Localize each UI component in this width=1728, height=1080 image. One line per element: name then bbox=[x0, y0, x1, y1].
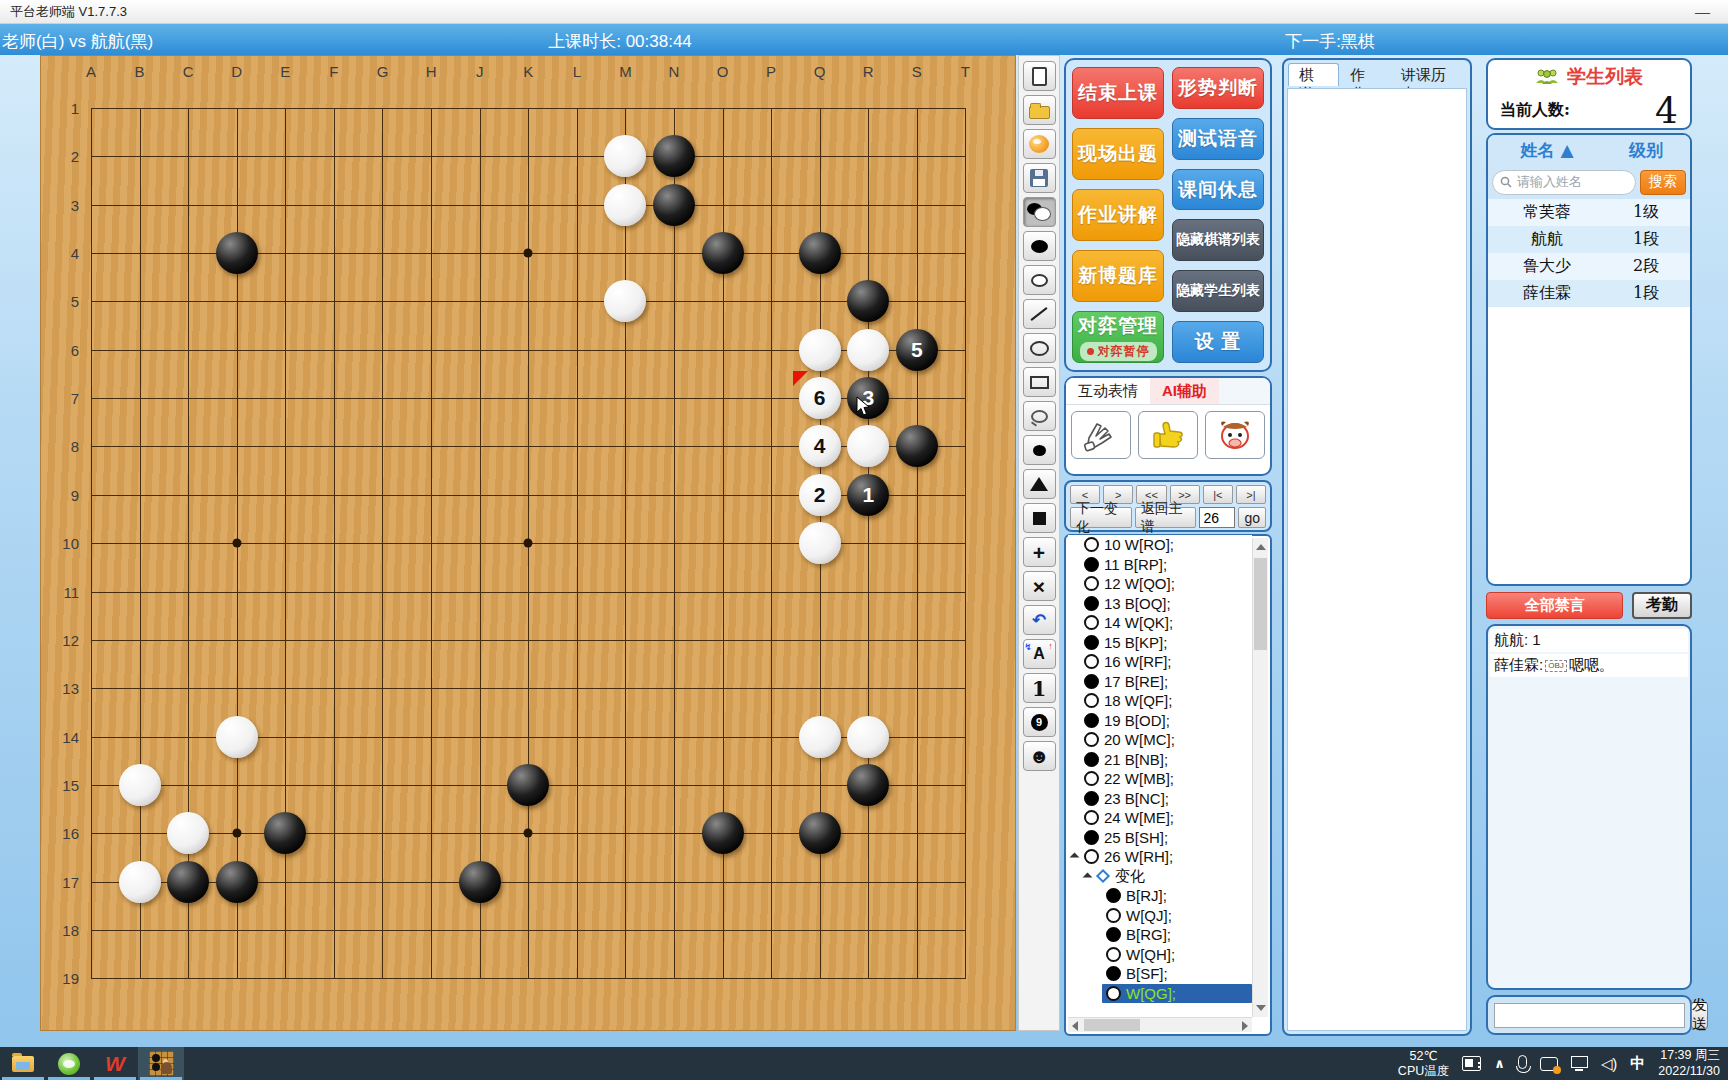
control-column-right: 形势判断测试语音课间休息隐藏棋谱列表隐藏学生列表设 置 bbox=[1172, 67, 1264, 363]
white-stone-tool-icon bbox=[1031, 274, 1048, 287]
control-button-right-0[interactable]: 形势判断 bbox=[1172, 67, 1264, 109]
record-panel: 棋谱作业讲课历史 bbox=[1282, 58, 1472, 1036]
black-move-icon bbox=[1084, 791, 1099, 806]
stone-black[interactable] bbox=[507, 764, 549, 806]
row-label: 1 bbox=[49, 100, 79, 117]
student-list: 姓名 ▲ 级别 请输入姓名 搜索 常芙蓉1级航航1段鲁大少2段薛佳霖1段 bbox=[1486, 133, 1692, 586]
move-item[interactable]: 变化 bbox=[1068, 867, 1252, 887]
stone-white[interactable] bbox=[847, 329, 889, 371]
move-text: 26 W[RH]; bbox=[1104, 848, 1173, 865]
ellipse-tool-button[interactable] bbox=[1023, 333, 1056, 363]
control-button-label: 测试语音 bbox=[1178, 126, 1258, 152]
go-class-app-icon[interactable] bbox=[138, 1047, 184, 1080]
white-move-icon bbox=[1084, 732, 1099, 747]
column-label: G bbox=[377, 63, 389, 80]
row-label: 3 bbox=[49, 196, 79, 213]
black-stone-tool-button[interactable] bbox=[1023, 231, 1056, 261]
ellipse-tool-icon bbox=[1030, 341, 1049, 356]
row-label: 19 bbox=[49, 970, 79, 987]
line-tool-icon bbox=[1031, 307, 1048, 321]
row-label: 8 bbox=[49, 438, 79, 455]
column-label: E bbox=[280, 63, 290, 80]
step-button-4[interactable]: |< bbox=[1203, 485, 1233, 504]
column-label: Q bbox=[814, 63, 826, 80]
move-text: 15 B[KP]; bbox=[1104, 634, 1167, 651]
student-list-title: 学生列表 bbox=[1567, 64, 1643, 90]
move-text: B[RG]; bbox=[1126, 926, 1171, 943]
clap-icon bbox=[1081, 418, 1121, 452]
student-name: 航航 bbox=[1488, 229, 1606, 250]
clock: 17:39 周三 2022/11/30 bbox=[1658, 1048, 1720, 1079]
move-nav-panel: <><<>>|<>| 下一变化 返回主谱 go bbox=[1064, 480, 1272, 532]
mouse-cursor bbox=[856, 396, 871, 417]
record-content bbox=[1287, 88, 1467, 1031]
white-move-icon bbox=[1084, 576, 1099, 591]
stone-black[interactable] bbox=[847, 764, 889, 806]
student-rows: 常芙蓉1级航航1段鲁大少2段薛佳霖1段 bbox=[1488, 199, 1690, 307]
star-point bbox=[524, 829, 533, 838]
scroll-down-arrow-icon[interactable] bbox=[1256, 1005, 1266, 1011]
student-row[interactable]: 鲁大少2段 bbox=[1488, 253, 1690, 280]
square-mark-icon bbox=[1033, 512, 1046, 525]
move-item[interactable]: W[QJ]; bbox=[1068, 906, 1252, 926]
control-button-label: 隐藏学生列表 bbox=[1176, 282, 1260, 300]
row-label: 17 bbox=[49, 873, 79, 890]
row-label: 10 bbox=[49, 535, 79, 552]
row-label: 9 bbox=[49, 486, 79, 503]
move-item[interactable]: B[SF]; bbox=[1068, 964, 1252, 984]
row-label: 6 bbox=[49, 341, 79, 358]
go-board[interactable]: ABCDEFGHJKLMNOPQRST123456789101112131415… bbox=[40, 55, 1016, 1031]
number-mark-icon: 1 bbox=[1032, 678, 1047, 699]
star-point bbox=[232, 829, 241, 838]
control-button-label: 设 置 bbox=[1195, 329, 1241, 355]
column-label: M bbox=[619, 63, 632, 80]
variation-diamond-icon bbox=[1096, 869, 1110, 883]
move-item[interactable]: 11 B[RP]; bbox=[1068, 555, 1252, 575]
column-label: F bbox=[329, 63, 338, 80]
move-item[interactable]: W[QG]; bbox=[1102, 984, 1252, 1004]
step-button-5[interactable]: >| bbox=[1236, 485, 1266, 504]
stone-black[interactable] bbox=[653, 184, 695, 226]
stone-white[interactable]: 2 bbox=[799, 474, 841, 516]
level-header[interactable]: 级别 bbox=[1606, 139, 1686, 162]
move-text: W[QJ]; bbox=[1126, 907, 1172, 924]
stone-black[interactable] bbox=[216, 232, 258, 274]
student-count: 4 bbox=[1655, 90, 1678, 131]
row-label: 4 bbox=[49, 245, 79, 262]
column-label: D bbox=[231, 63, 242, 80]
next-move-label: 下一手:黑棋 bbox=[1285, 30, 1375, 53]
stone-black[interactable] bbox=[167, 861, 209, 903]
move-text: B[SF]; bbox=[1126, 965, 1168, 982]
move-item[interactable]: W[QH]; bbox=[1068, 945, 1252, 965]
number-mark-button[interactable]: 1 bbox=[1023, 673, 1056, 703]
screen-share-icon[interactable] bbox=[1540, 1057, 1558, 1071]
x-mark-icon: × bbox=[1033, 576, 1045, 597]
move-item[interactable]: 19 B[OD]; bbox=[1068, 711, 1252, 731]
move-text: 19 B[OD]; bbox=[1104, 712, 1170, 729]
emote-tab-0[interactable]: 互动表情 bbox=[1066, 378, 1150, 404]
hscroll-thumb[interactable] bbox=[1084, 1019, 1140, 1031]
players-label: 老师(白) vs 航航(黑) bbox=[2, 30, 153, 53]
plus-mark-icon: + bbox=[1033, 542, 1045, 563]
save-icon bbox=[1030, 169, 1048, 187]
stone-white[interactable]: 4 bbox=[799, 425, 841, 467]
chat-message-text: 薛佳霖: bbox=[1494, 656, 1543, 675]
row-label: 13 bbox=[49, 680, 79, 697]
circled-number-icon: 9 bbox=[1031, 714, 1048, 731]
student-name: 薛佳霖 bbox=[1488, 283, 1606, 304]
move-item[interactable]: 25 B[SH]; bbox=[1068, 828, 1252, 848]
column-label: R bbox=[863, 63, 874, 80]
clap-emote-button[interactable] bbox=[1071, 411, 1131, 459]
move-tree-panel: 10 W[RO];11 B[RP];12 W[QO];13 B[OQ];14 W… bbox=[1064, 534, 1272, 1036]
move-text: B[RJ]; bbox=[1126, 887, 1167, 904]
black-stone-tool-icon bbox=[1031, 240, 1048, 253]
column-label: H bbox=[426, 63, 437, 80]
stone-black[interactable] bbox=[702, 812, 744, 854]
black-move-icon bbox=[1084, 713, 1099, 728]
control-button-label: 形势判断 bbox=[1178, 75, 1258, 101]
control-button-left-3[interactable]: 新博题库 bbox=[1072, 250, 1164, 302]
column-label: O bbox=[717, 63, 729, 80]
alternate-stones-button[interactable] bbox=[1023, 197, 1056, 227]
stone-white[interactable] bbox=[799, 522, 841, 564]
control-button-label: 结束上课 bbox=[1078, 80, 1158, 106]
emoji-mark-button[interactable]: ☻ bbox=[1023, 741, 1056, 771]
search-button[interactable]: 搜索 bbox=[1640, 170, 1686, 195]
white-move-icon bbox=[1084, 537, 1099, 552]
scroll-up-arrow-icon[interactable] bbox=[1256, 544, 1266, 550]
search-input[interactable]: 请输入姓名 bbox=[1492, 170, 1636, 195]
sort-arrow-icon: ▲ bbox=[1560, 140, 1573, 160]
column-label: N bbox=[669, 63, 680, 80]
control-button-label: 现场出题 bbox=[1078, 141, 1158, 167]
browser-icon[interactable] bbox=[46, 1047, 92, 1080]
window-titlebar: 平台老师端 V1.7.7.3 — bbox=[0, 0, 1728, 24]
student-level: 1段 bbox=[1606, 283, 1686, 304]
object-placeholder-icon: OBJ bbox=[1545, 660, 1567, 672]
record-tab-1[interactable]: 作业 bbox=[1339, 63, 1390, 86]
student-level: 2段 bbox=[1606, 256, 1686, 277]
move-item[interactable]: 22 W[MB]; bbox=[1068, 769, 1252, 789]
stone-bowl-icon bbox=[1029, 135, 1049, 153]
undo-icon: ↶ bbox=[1032, 612, 1046, 629]
student-columns: 姓名 ▲ 级别 bbox=[1488, 135, 1690, 165]
control-button-label: 课间休息 bbox=[1178, 177, 1258, 203]
rectangle-tool-icon bbox=[1030, 376, 1049, 389]
sort-by-name-header[interactable]: 姓名 ▲ bbox=[1488, 139, 1606, 162]
horizontal-scrollbar[interactable] bbox=[1068, 1017, 1252, 1032]
control-button-left-1[interactable]: 现场出题 bbox=[1072, 128, 1164, 180]
stone-black[interactable] bbox=[799, 812, 841, 854]
move-item[interactable]: 14 W[QK]; bbox=[1068, 613, 1252, 633]
student-row[interactable]: 常芙蓉1级 bbox=[1488, 199, 1690, 226]
row-label: 2 bbox=[49, 148, 79, 165]
move-text: W[QH]; bbox=[1126, 946, 1175, 963]
app-header: 老师(白) vs 航航(黑) 上课时长: 00:38:44 下一手:黑棋 bbox=[0, 24, 1728, 55]
move-text: 22 W[MB]; bbox=[1104, 770, 1174, 787]
student-level: 1段 bbox=[1606, 229, 1686, 250]
move-text: 10 W[RO]; bbox=[1104, 536, 1174, 553]
x-mark-button[interactable]: × bbox=[1023, 571, 1056, 601]
control-button-label: 新博题库 bbox=[1078, 263, 1158, 289]
undo-button[interactable]: ↶ bbox=[1023, 605, 1056, 635]
mute-all-button[interactable]: 全部禁言 bbox=[1486, 592, 1623, 619]
move-item[interactable]: 18 W[QF]; bbox=[1068, 691, 1252, 711]
move-text: 17 B[RE]; bbox=[1104, 673, 1168, 690]
control-button-label: 隐藏棋谱列表 bbox=[1176, 231, 1260, 249]
system-tray: 52℃ CPU温度 ∧ ◁) 中 17:39 周三 2022/11/30 bbox=[1398, 1048, 1728, 1079]
move-item[interactable]: 15 B[KP]; bbox=[1068, 633, 1252, 653]
go-button[interactable]: go bbox=[1238, 507, 1266, 528]
taskbar-apps: W bbox=[0, 1047, 184, 1080]
expander-icon[interactable] bbox=[1070, 853, 1080, 863]
move-item[interactable]: 12 W[QO]; bbox=[1068, 574, 1252, 594]
white-stone-tool-button[interactable] bbox=[1023, 265, 1056, 295]
control-button-left-4[interactable]: 对弈管理对弈暂停 bbox=[1072, 311, 1164, 363]
control-button-right-4[interactable]: 隐藏学生列表 bbox=[1172, 270, 1264, 312]
stone-white[interactable] bbox=[216, 716, 258, 758]
column-label: B bbox=[135, 63, 145, 80]
stone-white[interactable] bbox=[604, 184, 646, 226]
white-move-icon bbox=[1106, 908, 1121, 923]
line-tool-button[interactable] bbox=[1023, 299, 1056, 329]
news-icon[interactable] bbox=[1462, 1056, 1481, 1071]
ime-indicator[interactable]: 中 bbox=[1630, 1054, 1645, 1073]
control-panel: 结束上课现场出题作业讲解新博题库对弈管理对弈暂停 形势判断测试语音课间休息隐藏棋… bbox=[1064, 58, 1272, 372]
black-move-icon bbox=[1106, 927, 1121, 942]
control-button-right-3[interactable]: 隐藏棋谱列表 bbox=[1172, 219, 1264, 261]
lasso-tool-button[interactable] bbox=[1023, 401, 1056, 431]
control-button-right-5[interactable]: 设 置 bbox=[1172, 321, 1264, 363]
save-button[interactable] bbox=[1023, 163, 1056, 193]
student-row[interactable]: 薛佳霖1段 bbox=[1488, 280, 1690, 307]
last-move-marker bbox=[793, 371, 808, 386]
students-icon bbox=[1535, 68, 1559, 86]
move-item[interactable]: 10 W[RO]; bbox=[1068, 535, 1252, 555]
student-count-label: 当前人数: bbox=[1500, 100, 1570, 121]
network-icon[interactable] bbox=[1571, 1056, 1588, 1068]
stone-black[interactable] bbox=[896, 425, 938, 467]
lasso-tool-icon bbox=[1031, 410, 1048, 423]
star-point bbox=[524, 249, 533, 258]
move-item[interactable]: 16 W[RF]; bbox=[1068, 652, 1252, 672]
stone-black[interactable] bbox=[216, 861, 258, 903]
column-label: L bbox=[573, 63, 581, 80]
emoji-mark-icon: ☻ bbox=[1028, 746, 1049, 766]
move-text: 23 B[NC]; bbox=[1104, 790, 1169, 807]
move-text: 16 W[RF]; bbox=[1104, 653, 1172, 670]
volume-icon[interactable]: ◁) bbox=[1601, 1055, 1618, 1073]
student-name: 常芙蓉 bbox=[1488, 202, 1606, 223]
black-move-icon bbox=[1084, 752, 1099, 767]
move-text: 21 B[NB]; bbox=[1104, 751, 1168, 768]
thumbs-up-emote-button[interactable] bbox=[1138, 411, 1198, 459]
student-list-header: 学生列表 当前人数: 4 bbox=[1486, 58, 1692, 130]
move-item[interactable]: B[RG]; bbox=[1068, 925, 1252, 945]
black-move-icon bbox=[1084, 830, 1099, 845]
move-text: 24 W[ME]; bbox=[1104, 809, 1174, 826]
alternate-stones-icon bbox=[1027, 203, 1051, 221]
triangle-mark-button[interactable] bbox=[1023, 469, 1056, 499]
nav-row2: 下一变化 返回主谱 go bbox=[1070, 507, 1266, 528]
stone-black[interactable]: 5 bbox=[896, 329, 938, 371]
column-label: K bbox=[523, 63, 533, 80]
row-label: 5 bbox=[49, 293, 79, 310]
taskbar: W 52℃ CPU温度 ∧ ◁) 中 17:39 周三 2022/11/30 bbox=[0, 1047, 1728, 1080]
student-level: 1级 bbox=[1606, 202, 1686, 223]
control-button-left-2[interactable]: 作业讲解 bbox=[1072, 189, 1164, 241]
stone-black[interactable] bbox=[702, 232, 744, 274]
stone-black[interactable] bbox=[459, 861, 501, 903]
row-label: 7 bbox=[49, 390, 79, 407]
cpu-temp: 52℃ CPU温度 bbox=[1398, 1049, 1449, 1079]
white-move-icon bbox=[1084, 771, 1099, 786]
expander-icon[interactable] bbox=[1083, 872, 1093, 882]
student-row[interactable]: 航航1段 bbox=[1488, 226, 1690, 253]
rectangle-tool-button[interactable] bbox=[1023, 367, 1056, 397]
black-move-icon bbox=[1084, 557, 1099, 572]
star-point bbox=[232, 539, 241, 548]
microphone-icon[interactable] bbox=[1518, 1055, 1527, 1069]
row-label: 16 bbox=[49, 825, 79, 842]
move-item[interactable]: 21 B[NB]; bbox=[1068, 750, 1252, 770]
control-button-right-1[interactable]: 测试语音 bbox=[1172, 118, 1264, 160]
open-file-icon bbox=[1029, 106, 1050, 119]
thumbs-up-icon bbox=[1149, 418, 1187, 452]
chat-message-text: 嗯嗯。 bbox=[1569, 656, 1614, 675]
move-text: 11 B[RP]; bbox=[1104, 556, 1167, 573]
stone-white[interactable] bbox=[119, 764, 161, 806]
control-column-left: 结束上课现场出题作业讲解新博题库对弈管理对弈暂停 bbox=[1072, 67, 1164, 363]
stone-black[interactable] bbox=[799, 232, 841, 274]
move-number-input[interactable] bbox=[1199, 507, 1235, 528]
search-icon bbox=[1500, 176, 1512, 188]
dot-mark-icon bbox=[1033, 445, 1046, 456]
vscroll-thumb[interactable] bbox=[1254, 558, 1267, 650]
new-document-icon bbox=[1032, 67, 1047, 86]
column-label: T bbox=[961, 63, 970, 80]
stone-white[interactable] bbox=[799, 716, 841, 758]
row-label: 11 bbox=[49, 583, 79, 600]
control-button-right-2[interactable]: 课间休息 bbox=[1172, 169, 1264, 211]
open-file-button[interactable] bbox=[1023, 95, 1056, 125]
move-item[interactable]: 13 B[OQ]; bbox=[1068, 594, 1252, 614]
move-text: W[QG]; bbox=[1126, 985, 1176, 1002]
white-move-icon bbox=[1084, 654, 1099, 669]
new-document-button[interactable] bbox=[1023, 61, 1056, 91]
emote-tabs: 互动表情AI辅助 bbox=[1066, 378, 1270, 405]
stone-white[interactable] bbox=[119, 861, 161, 903]
cow-face-icon bbox=[1216, 418, 1254, 452]
white-move-icon bbox=[1084, 849, 1099, 864]
move-item[interactable]: 20 W[MC]; bbox=[1068, 730, 1252, 750]
move-item[interactable]: 23 B[NC]; bbox=[1068, 789, 1252, 809]
move-text: 20 W[MC]; bbox=[1104, 731, 1175, 748]
square-mark-button[interactable] bbox=[1023, 503, 1056, 533]
plus-mark-button[interactable]: + bbox=[1023, 537, 1056, 567]
move-item[interactable]: B[RJ]; bbox=[1068, 886, 1252, 906]
black-move-icon bbox=[1084, 635, 1099, 650]
control-button-label: 作业讲解 bbox=[1078, 202, 1158, 228]
cow-emote-button[interactable] bbox=[1205, 411, 1265, 459]
screen: 平台老师端 V1.7.7.3 — 老师(白) vs 航航(黑) 上课时长: 00… bbox=[0, 0, 1728, 1080]
black-move-icon bbox=[1106, 888, 1121, 903]
back-to-main-button[interactable]: 返回主谱 bbox=[1135, 507, 1197, 528]
emote-tab-1[interactable]: AI辅助 bbox=[1150, 378, 1219, 404]
record-tab-2[interactable]: 讲课历史 bbox=[1390, 63, 1470, 86]
column-label: J bbox=[476, 63, 484, 80]
move-text: 12 W[QO]; bbox=[1104, 575, 1175, 592]
move-tree-list: 10 W[RO];11 B[RP];12 W[QO];13 B[OQ];14 W… bbox=[1068, 535, 1252, 1014]
stone-black[interactable]: 1 bbox=[847, 474, 889, 516]
row-label: 12 bbox=[49, 631, 79, 648]
move-item[interactable]: 17 B[RE]; bbox=[1068, 672, 1252, 692]
chat-message: 薛佳霖: OBJ嗯嗯。 bbox=[1490, 654, 1688, 677]
chevron-up-icon[interactable]: ∧ bbox=[1494, 1056, 1505, 1071]
vertical-scrollbar[interactable] bbox=[1252, 538, 1268, 1017]
send-button[interactable]: 发送 bbox=[1691, 1002, 1708, 1029]
dot-mark-button[interactable] bbox=[1023, 435, 1056, 465]
letter-mark-icon: A bbox=[1033, 645, 1045, 663]
stone-white[interactable] bbox=[847, 716, 889, 758]
next-variation-button[interactable]: 下一变化 bbox=[1070, 507, 1132, 528]
column-label: C bbox=[183, 63, 194, 80]
minimize-button[interactable]: — bbox=[1687, 3, 1718, 20]
star-point bbox=[524, 539, 533, 548]
row-label: 15 bbox=[49, 776, 79, 793]
move-text: 25 B[SH]; bbox=[1104, 829, 1168, 846]
record-tab-0[interactable]: 棋谱 bbox=[1288, 63, 1339, 86]
letter-mark-button[interactable]: A bbox=[1023, 639, 1056, 669]
row-label: 14 bbox=[49, 728, 79, 745]
window-title: 平台老师端 V1.7.7.3 bbox=[10, 3, 127, 21]
file-explorer-icon[interactable] bbox=[0, 1047, 46, 1080]
wps-icon[interactable]: W bbox=[92, 1047, 138, 1080]
search-placeholder: 请输入姓名 bbox=[1517, 173, 1582, 191]
emote-panel: 互动表情AI辅助 bbox=[1064, 376, 1272, 476]
white-move-icon bbox=[1106, 986, 1121, 1001]
student-search-row: 请输入姓名 搜索 bbox=[1488, 165, 1690, 199]
white-move-icon bbox=[1084, 615, 1099, 630]
move-text: 14 W[QK]; bbox=[1104, 614, 1173, 631]
attendance-button[interactable]: 考勤 bbox=[1632, 592, 1692, 619]
white-move-icon bbox=[1106, 947, 1121, 962]
class-timer: 上课时长: 00:38:44 bbox=[548, 30, 692, 53]
stone-black[interactable] bbox=[653, 135, 695, 177]
move-item[interactable]: 24 W[ME]; bbox=[1068, 808, 1252, 828]
scroll-right-arrow-icon[interactable] bbox=[1242, 1021, 1248, 1031]
column-label: A bbox=[86, 63, 96, 80]
stone-white[interactable] bbox=[799, 329, 841, 371]
black-move-icon bbox=[1106, 966, 1121, 981]
chat-input[interactable] bbox=[1494, 1003, 1685, 1028]
black-move-icon bbox=[1084, 674, 1099, 689]
record-tabs: 棋谱作业讲课历史 bbox=[1284, 60, 1470, 86]
scroll-left-arrow-icon[interactable] bbox=[1072, 1021, 1078, 1031]
chat-message: 航航: 1 bbox=[1490, 629, 1688, 652]
circled-number-button[interactable]: 9 bbox=[1023, 707, 1056, 737]
chat-panel: 航航: 1薛佳霖: OBJ嗯嗯。 bbox=[1486, 624, 1692, 990]
drawing-toolbar: +×↶A19☻ bbox=[1018, 55, 1060, 1031]
student-name: 鲁大少 bbox=[1488, 256, 1606, 277]
control-button-label: 对弈管理 bbox=[1078, 313, 1158, 339]
control-button-left-0[interactable]: 结束上课 bbox=[1072, 67, 1164, 119]
move-item[interactable]: 26 W[RH]; bbox=[1068, 847, 1252, 867]
stone-bowl-button[interactable] bbox=[1023, 129, 1056, 159]
